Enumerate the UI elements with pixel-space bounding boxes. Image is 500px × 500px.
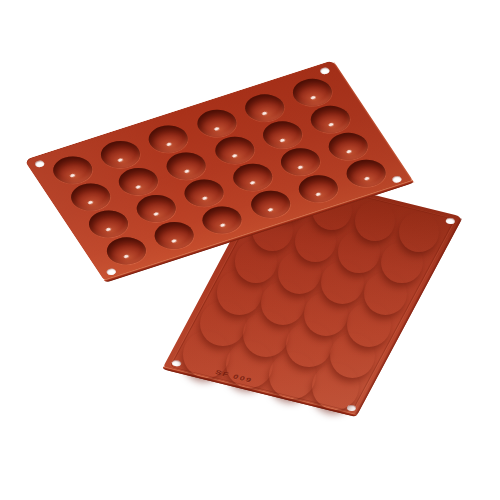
specular-highlight (123, 254, 129, 258)
specular-highlight (327, 122, 333, 126)
specular-highlight (297, 165, 303, 169)
hemisphere-cavity (148, 217, 200, 253)
hemisphere-cavity (244, 186, 296, 222)
specular-highlight (87, 200, 93, 204)
hemisphere-cavity (100, 233, 152, 269)
specular-highlight (153, 212, 159, 216)
specular-highlight (105, 227, 111, 231)
hemisphere-cavity (196, 202, 248, 238)
specular-highlight (213, 127, 219, 131)
specular-highlight (117, 158, 123, 162)
specular-highlight (267, 207, 273, 211)
specular-highlight (363, 176, 369, 180)
specular-highlight (165, 142, 171, 146)
specular-highlight (69, 173, 75, 177)
specular-highlight (183, 169, 189, 173)
specular-highlight (231, 154, 237, 158)
specular-highlight (219, 223, 225, 227)
hemisphere-cavity (341, 155, 393, 191)
specular-highlight (345, 149, 351, 153)
specular-highlight (279, 138, 285, 142)
specular-highlight (315, 192, 321, 196)
specular-highlight (171, 239, 177, 243)
product-photo-scene: SF 009 (0, 0, 500, 500)
specular-highlight (309, 95, 315, 99)
specular-highlight (261, 111, 267, 115)
specular-highlight (249, 180, 255, 184)
specular-highlight (201, 196, 207, 200)
hemisphere-cavity (292, 171, 344, 207)
specular-highlight (135, 185, 141, 189)
